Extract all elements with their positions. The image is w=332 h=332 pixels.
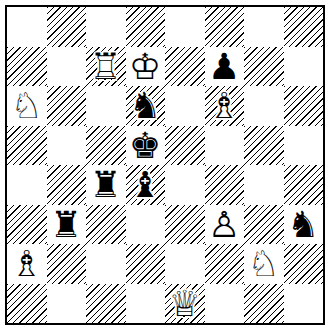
square-b3[interactable]: ♜♜ — [47, 205, 87, 245]
square-e5[interactable] — [165, 126, 205, 166]
square-h1[interactable] — [284, 284, 324, 324]
chess-board: ♜♜♖♚♚♔♟♟♞♞♘♞♞♝♝♗♚♚♜♜♝♝♜♜♟♟♙♞♞♝♝♗♞♞♘♛♛♕ — [7, 7, 323, 323]
black-knight-h3[interactable]: ♞ — [284, 205, 324, 245]
square-e4[interactable] — [165, 165, 205, 205]
square-d3[interactable] — [126, 205, 166, 245]
square-e1[interactable]: ♛♛♕ — [165, 284, 205, 324]
white-king-d7[interactable]: ♔ — [126, 47, 166, 87]
square-b4[interactable] — [47, 165, 87, 205]
square-h8[interactable] — [284, 7, 324, 47]
square-b5[interactable] — [47, 126, 87, 166]
square-b6[interactable] — [47, 86, 87, 126]
square-d7[interactable]: ♚♚♔ — [126, 47, 166, 87]
square-a2[interactable]: ♝♝♗ — [7, 244, 47, 284]
black-king-d5[interactable]: ♚ — [126, 126, 166, 166]
chess-board-frame: ♜♜♖♚♚♔♟♟♞♞♘♞♞♝♝♗♚♚♜♜♝♝♜♜♟♟♙♞♞♝♝♗♞♞♘♛♛♕ — [5, 5, 325, 325]
square-a8[interactable] — [7, 7, 47, 47]
square-h2[interactable] — [284, 244, 324, 284]
square-a3[interactable] — [7, 205, 47, 245]
black-rook-b3[interactable]: ♜ — [47, 205, 87, 245]
white-knight-a6[interactable]: ♘ — [7, 86, 47, 126]
white-queen-e1[interactable]: ♕ — [165, 284, 205, 324]
white-pawn-f3[interactable]: ♙ — [205, 205, 245, 245]
square-a4[interactable] — [7, 165, 47, 205]
black-bishop-d4[interactable]: ♝ — [126, 165, 166, 205]
square-g2[interactable]: ♞♞♘ — [244, 244, 284, 284]
white-knight-g2[interactable]: ♘ — [244, 244, 284, 284]
square-a6[interactable]: ♞♞♘ — [7, 86, 47, 126]
square-b2[interactable] — [47, 244, 87, 284]
square-f7[interactable]: ♟♟ — [205, 47, 245, 87]
black-knight-d6[interactable]: ♞ — [126, 86, 166, 126]
square-d8[interactable] — [126, 7, 166, 47]
square-d4[interactable]: ♝♝ — [126, 165, 166, 205]
square-b8[interactable] — [47, 7, 87, 47]
square-g6[interactable] — [244, 86, 284, 126]
square-g5[interactable] — [244, 126, 284, 166]
square-f6[interactable]: ♝♝♗ — [205, 86, 245, 126]
square-h6[interactable] — [284, 86, 324, 126]
square-h5[interactable] — [284, 126, 324, 166]
white-bishop-a2[interactable]: ♗ — [7, 244, 47, 284]
square-g3[interactable] — [244, 205, 284, 245]
square-f4[interactable] — [205, 165, 245, 205]
square-h4[interactable] — [284, 165, 324, 205]
square-h7[interactable] — [284, 47, 324, 87]
square-d1[interactable] — [126, 284, 166, 324]
square-c5[interactable] — [86, 126, 126, 166]
square-d5[interactable]: ♚♚ — [126, 126, 166, 166]
square-e3[interactable] — [165, 205, 205, 245]
black-rook-c4[interactable]: ♜ — [86, 165, 126, 205]
square-c1[interactable] — [86, 284, 126, 324]
square-b1[interactable] — [47, 284, 87, 324]
square-e6[interactable] — [165, 86, 205, 126]
square-e2[interactable] — [165, 244, 205, 284]
square-a1[interactable] — [7, 284, 47, 324]
square-g7[interactable] — [244, 47, 284, 87]
square-e7[interactable] — [165, 47, 205, 87]
square-f1[interactable] — [205, 284, 245, 324]
square-g8[interactable] — [244, 7, 284, 47]
square-h3[interactable]: ♞♞ — [284, 205, 324, 245]
square-f2[interactable] — [205, 244, 245, 284]
square-f8[interactable] — [205, 7, 245, 47]
square-c7[interactable]: ♜♜♖ — [86, 47, 126, 87]
square-b7[interactable] — [47, 47, 87, 87]
square-c3[interactable] — [86, 205, 126, 245]
square-f5[interactable] — [205, 126, 245, 166]
square-c2[interactable] — [86, 244, 126, 284]
square-a7[interactable] — [7, 47, 47, 87]
square-f3[interactable]: ♟♟♙ — [205, 205, 245, 245]
square-d6[interactable]: ♞♞ — [126, 86, 166, 126]
square-c6[interactable] — [86, 86, 126, 126]
square-d2[interactable] — [126, 244, 166, 284]
square-c8[interactable] — [86, 7, 126, 47]
square-e8[interactable] — [165, 7, 205, 47]
square-g1[interactable] — [244, 284, 284, 324]
white-bishop-f6[interactable]: ♗ — [205, 86, 245, 126]
white-rook-c7[interactable]: ♖ — [86, 47, 126, 87]
square-c4[interactable]: ♜♜ — [86, 165, 126, 205]
square-a5[interactable] — [7, 126, 47, 166]
square-g4[interactable] — [244, 165, 284, 205]
black-pawn-f7[interactable]: ♟ — [205, 47, 245, 87]
